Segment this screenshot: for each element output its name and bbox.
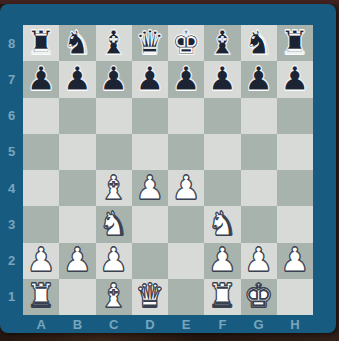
square-g3[interactable] (241, 206, 277, 242)
piece-bp-c7[interactable]: ♟ (96, 60, 132, 96)
square-d7[interactable]: ♟ (132, 61, 168, 97)
file-label-b: B (59, 315, 95, 334)
square-d6[interactable] (132, 98, 168, 134)
square-e5[interactable] (168, 134, 204, 170)
square-a8[interactable]: ♜ (23, 25, 59, 61)
piece-bp-f7[interactable]: ♟ (204, 60, 240, 96)
square-b2[interactable]: ♟ (59, 243, 95, 279)
square-c8[interactable]: ♝ (96, 25, 132, 61)
square-a7[interactable]: ♟ (23, 61, 59, 97)
square-b4[interactable] (59, 170, 95, 206)
square-g2[interactable]: ♟ (241, 243, 277, 279)
square-d2[interactable] (132, 243, 168, 279)
square-a1[interactable]: ♜ (23, 279, 59, 315)
square-d4[interactable]: ♟ (132, 170, 168, 206)
square-g1[interactable]: ♚ (241, 279, 277, 315)
square-e4[interactable]: ♟ (168, 170, 204, 206)
square-d8[interactable]: ♛ (132, 25, 168, 61)
square-f2[interactable]: ♟ (204, 243, 240, 279)
piece-bp-e7[interactable]: ♟ (168, 60, 204, 96)
piece-bp-b7[interactable]: ♟ (59, 60, 95, 96)
piece-wr-f1[interactable]: ♜ (204, 278, 240, 314)
piece-wp-e4[interactable]: ♟ (168, 169, 204, 205)
square-b5[interactable] (59, 134, 95, 170)
piece-bb-f8[interactable]: ♝ (204, 24, 240, 60)
square-a5[interactable] (23, 134, 59, 170)
square-b1[interactable] (59, 279, 95, 315)
rank-label-1: 1 (0, 279, 23, 315)
square-f1[interactable]: ♜ (204, 279, 240, 315)
square-f5[interactable] (204, 134, 240, 170)
piece-wn-f3[interactable]: ♞ (204, 205, 240, 241)
square-h5[interactable] (277, 134, 313, 170)
square-c6[interactable] (96, 98, 132, 134)
piece-bq-d8[interactable]: ♛ (132, 24, 168, 60)
square-d3[interactable] (132, 206, 168, 242)
file-label-e: E (168, 315, 204, 334)
chess-board[interactable]: ♜♞♝♛♚♝♞♜♟♟♟♟♟♟♟♟♝♟♟♞♞♟♟♟♟♟♟♜♝♛♜♚ (23, 25, 313, 315)
square-h7[interactable]: ♟ (277, 61, 313, 97)
square-f4[interactable] (204, 170, 240, 206)
rank-label-2: 2 (0, 243, 23, 279)
piece-bk-e8[interactable]: ♚ (168, 24, 204, 60)
file-labels: ABCDEFGH (23, 315, 313, 334)
piece-br-a8[interactable]: ♜ (23, 24, 59, 60)
chess-app: 87654321 ♜♞♝♛♚♝♞♜♟♟♟♟♟♟♟♟♝♟♟♞♞♟♟♟♟♟♟♜♝♛♜… (0, 0, 339, 341)
square-b6[interactable] (59, 98, 95, 134)
square-c7[interactable]: ♟ (96, 61, 132, 97)
square-f6[interactable] (204, 98, 240, 134)
square-c4[interactable]: ♝ (96, 170, 132, 206)
rank-label-3: 3 (0, 206, 23, 242)
square-c5[interactable] (96, 134, 132, 170)
square-e7[interactable]: ♟ (168, 61, 204, 97)
rank-label-4: 4 (0, 170, 23, 206)
square-a6[interactable] (23, 98, 59, 134)
square-a3[interactable] (23, 206, 59, 242)
square-g8[interactable]: ♞ (241, 25, 277, 61)
square-g6[interactable] (241, 98, 277, 134)
square-e1[interactable] (168, 279, 204, 315)
square-h1[interactable] (277, 279, 313, 315)
piece-br-h8[interactable]: ♜ (277, 24, 313, 60)
square-f3[interactable]: ♞ (204, 206, 240, 242)
square-h3[interactable] (277, 206, 313, 242)
piece-bb-c8[interactable]: ♝ (96, 24, 132, 60)
piece-wb-c1[interactable]: ♝ (96, 278, 132, 314)
square-c1[interactable]: ♝ (96, 279, 132, 315)
piece-bp-h7[interactable]: ♟ (277, 60, 313, 96)
piece-wn-c3[interactable]: ♞ (96, 205, 132, 241)
square-d5[interactable] (132, 134, 168, 170)
square-f8[interactable]: ♝ (204, 25, 240, 61)
rank-label-7: 7 (0, 61, 23, 97)
square-g7[interactable]: ♟ (241, 61, 277, 97)
square-g4[interactable] (241, 170, 277, 206)
file-label-f: F (204, 315, 240, 334)
square-e8[interactable]: ♚ (168, 25, 204, 61)
piece-wp-a2[interactable]: ♟ (23, 242, 59, 278)
rank-label-5: 5 (0, 134, 23, 170)
square-b3[interactable] (59, 206, 95, 242)
square-b7[interactable]: ♟ (59, 61, 95, 97)
piece-wp-f2[interactable]: ♟ (204, 242, 240, 278)
piece-wq-d1[interactable]: ♛ (132, 278, 168, 314)
piece-wp-d4[interactable]: ♟ (132, 169, 168, 205)
square-g5[interactable] (241, 134, 277, 170)
piece-bn-g8[interactable]: ♞ (241, 24, 277, 60)
piece-bp-g7[interactable]: ♟ (241, 60, 277, 96)
piece-wp-g2[interactable]: ♟ (241, 242, 277, 278)
square-c2[interactable]: ♟ (96, 243, 132, 279)
piece-bp-a7[interactable]: ♟ (23, 60, 59, 96)
piece-bp-d7[interactable]: ♟ (132, 60, 168, 96)
file-label-g: G (241, 315, 277, 334)
square-e3[interactable] (168, 206, 204, 242)
square-a4[interactable] (23, 170, 59, 206)
piece-wr-a1[interactable]: ♜ (23, 278, 59, 314)
file-label-c: C (96, 315, 132, 334)
piece-bn-b8[interactable]: ♞ (59, 24, 95, 60)
file-label-a: A (23, 315, 59, 334)
square-h2[interactable]: ♟ (277, 243, 313, 279)
piece-wp-b2[interactable]: ♟ (59, 242, 95, 278)
square-a2[interactable]: ♟ (23, 243, 59, 279)
piece-wp-h2[interactable]: ♟ (277, 242, 313, 278)
board-frame: 87654321 ♜♞♝♛♚♝♞♜♟♟♟♟♟♟♟♟♝♟♟♞♞♟♟♟♟♟♟♜♝♛♜… (0, 4, 336, 333)
square-f7[interactable]: ♟ (204, 61, 240, 97)
file-label-d: D (132, 315, 168, 334)
rank-label-8: 8 (0, 25, 23, 61)
square-h4[interactable] (277, 170, 313, 206)
piece-wk-g1[interactable]: ♚ (241, 278, 277, 314)
square-h6[interactable] (277, 98, 313, 134)
square-d1[interactable]: ♛ (132, 279, 168, 315)
file-label-h: H (277, 315, 313, 334)
rank-label-6: 6 (0, 98, 23, 134)
square-e2[interactable] (168, 243, 204, 279)
piece-wp-c2[interactable]: ♟ (96, 242, 132, 278)
square-c3[interactable]: ♞ (96, 206, 132, 242)
rank-labels: 87654321 (0, 25, 23, 315)
square-e6[interactable] (168, 98, 204, 134)
square-h8[interactable]: ♜ (277, 25, 313, 61)
square-b8[interactable]: ♞ (59, 25, 95, 61)
piece-wb-c4[interactable]: ♝ (96, 169, 132, 205)
